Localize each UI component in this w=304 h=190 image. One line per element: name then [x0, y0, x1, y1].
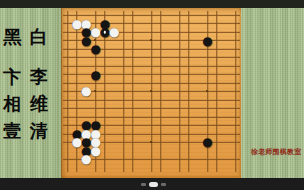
go-board-grid: ●●●●●●●●●●●●●●●●●●●●●●●● — [63, 11, 240, 172]
black-stone: ● — [203, 138, 212, 146]
star-point — [150, 39, 152, 41]
tatami-background: 黑 白 卞 李 相 维 壹 清 ●●●●●●●●●●●●●●●●●●●●●●●●… — [0, 0, 304, 190]
star-point — [150, 90, 152, 92]
white-stone: ● — [82, 155, 91, 163]
video-frame: 黑 白 卞 李 相 维 壹 清 ●●●●●●●●●●●●●●●●●●●●●●●●… — [0, 0, 304, 190]
white-player-char-1: 李 — [28, 67, 50, 87]
black-stone: ● — [203, 36, 212, 44]
star-point — [94, 39, 96, 41]
white-player-char-2: 维 — [28, 94, 50, 114]
white-player-char-3: 清 — [28, 121, 50, 141]
black-stone: ● — [91, 70, 100, 78]
white-label: 白 — [28, 27, 50, 47]
player-marker-right — [161, 183, 166, 186]
star-point — [94, 90, 96, 92]
white-stone: ● — [110, 28, 119, 36]
watermark: 徐老师围棋教室 — [251, 148, 303, 157]
black-player-char-2: 相 — [1, 94, 23, 114]
black-player-char-3: 壹 — [1, 121, 23, 141]
player-marker-left — [141, 183, 146, 186]
black-label: 黑 — [1, 27, 23, 47]
white-stone: ● — [91, 147, 100, 155]
black-stone: ● — [91, 45, 100, 53]
star-point — [206, 90, 208, 92]
white-stone: ● — [82, 87, 91, 95]
player-bar[interactable] — [0, 178, 304, 190]
black-player-char-1: 卞 — [1, 67, 23, 87]
top-letterbox — [0, 0, 304, 8]
star-point — [150, 141, 152, 143]
player-toggle-icon[interactable] — [149, 182, 158, 188]
last-move-marker — [104, 31, 106, 33]
go-board: ●●●●●●●●●●●●●●●●●●●●●●●● — [61, 8, 241, 178]
